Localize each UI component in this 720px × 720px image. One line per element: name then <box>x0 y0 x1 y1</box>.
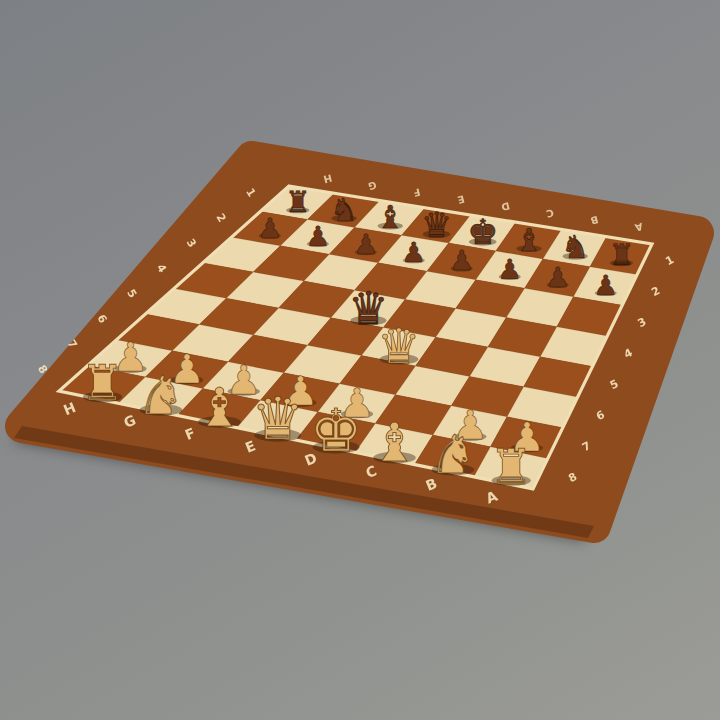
piece-dark-rook-h1[interactable]: ♜ <box>285 185 311 219</box>
piece-light-knight-b8[interactable]: ♞ <box>429 424 477 486</box>
piece-dark-pawn-h2[interactable]: ♟ <box>257 212 282 245</box>
piece-dark-knight-g1[interactable]: ♞ <box>330 192 358 228</box>
piece-light-rook-a8[interactable]: ♜ <box>489 439 533 496</box>
piece-dark-pawn-c2[interactable]: ♟ <box>497 253 522 286</box>
piece-light-bishop-c8[interactable]: ♝ <box>371 412 419 474</box>
piece-light-queen-d5[interactable]: ♛ <box>377 318 420 374</box>
piece-dark-pawn-e2[interactable]: ♟ <box>401 236 426 269</box>
piece-light-bishop-f8[interactable]: ♝ <box>195 377 243 439</box>
piece-dark-bishop-f1[interactable]: ♝ <box>376 199 404 235</box>
piece-light-king-d8[interactable]: ♚ <box>310 397 363 465</box>
piece-light-knight-g8[interactable]: ♞ <box>137 365 185 427</box>
piece-dark-pawn-f2[interactable]: ♟ <box>353 228 378 261</box>
piece-light-queen-e8[interactable]: ♛ <box>251 385 304 453</box>
piece-dark-rook-a1[interactable]: ♜ <box>608 238 634 272</box>
chess-set-photo: HGFEDCBAHGFEDCBA1234567812345678♜♞♝♛♚♝♞♜… <box>0 0 720 720</box>
piece-light-rook-h8[interactable]: ♜ <box>81 355 125 412</box>
piece-dark-pawn-a2[interactable]: ♟ <box>593 269 618 302</box>
piece-dark-pawn-g2[interactable]: ♟ <box>305 220 330 253</box>
piece-dark-pawn-d2[interactable]: ♟ <box>449 244 474 277</box>
chess-board: HGFEDCBAHGFEDCBA1234567812345678♜♞♝♛♚♝♞♜… <box>0 0 720 720</box>
piece-dark-pawn-b2[interactable]: ♟ <box>545 261 570 294</box>
